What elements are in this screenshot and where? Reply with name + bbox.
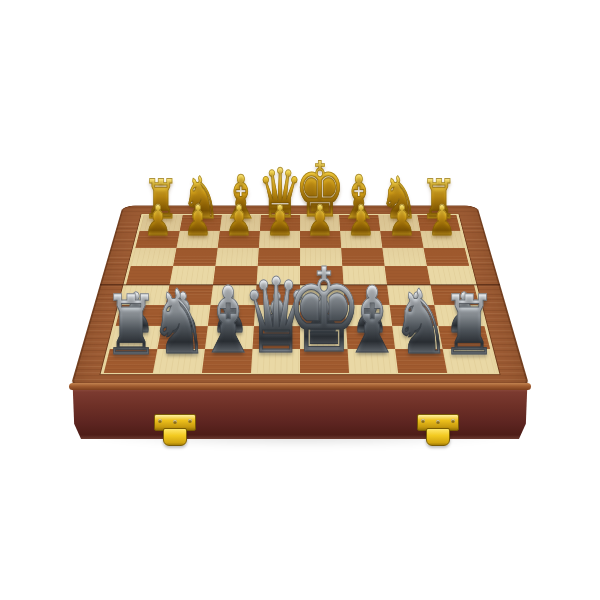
piece-gold-pawn-g7[interactable]: ♟ — [388, 200, 416, 242]
piece-gold-pawn-c7[interactable]: ♟ — [225, 200, 253, 242]
latch-tab — [163, 428, 187, 446]
screw-icon — [421, 419, 425, 423]
latch-tab — [426, 428, 450, 446]
square-g6[interactable] — [382, 248, 427, 266]
board-front-edge — [69, 383, 531, 390]
piece-gold-pawn-e7[interactable]: ♟ — [306, 200, 334, 242]
screw-icon — [436, 420, 440, 424]
piece-gold-pawn-a7[interactable]: ♟ — [144, 200, 172, 242]
screw-icon — [158, 419, 162, 423]
latch-left[interactable] — [154, 414, 196, 450]
chess-set-photo: ♜♞♝♛♚♝♞♜♟♟♟♟♟♟♟♟♟♟♟♟♟♟♟♟♜♞♝♛♚♝♞♜ — [0, 0, 600, 600]
latch-right[interactable] — [417, 414, 459, 450]
piece-silver-rook-h1[interactable]: ♜ — [441, 284, 496, 367]
screw-icon — [451, 419, 455, 423]
piece-gold-pawn-f7[interactable]: ♟ — [347, 200, 375, 242]
square-a6[interactable] — [131, 248, 177, 266]
square-b6[interactable] — [173, 248, 218, 266]
screw-icon — [188, 419, 192, 423]
pieces-layer: ♜♞♝♛♚♝♞♜♟♟♟♟♟♟♟♟♟♟♟♟♟♟♟♟♜♞♝♛♚♝♞♜ — [0, 0, 600, 600]
piece-gold-pawn-d7[interactable]: ♟ — [266, 200, 294, 242]
screw-icon — [173, 420, 177, 424]
piece-gold-pawn-b7[interactable]: ♟ — [184, 200, 212, 242]
box-front-side — [70, 388, 530, 439]
square-h6[interactable] — [424, 248, 470, 266]
piece-gold-pawn-h7[interactable]: ♟ — [428, 200, 456, 242]
